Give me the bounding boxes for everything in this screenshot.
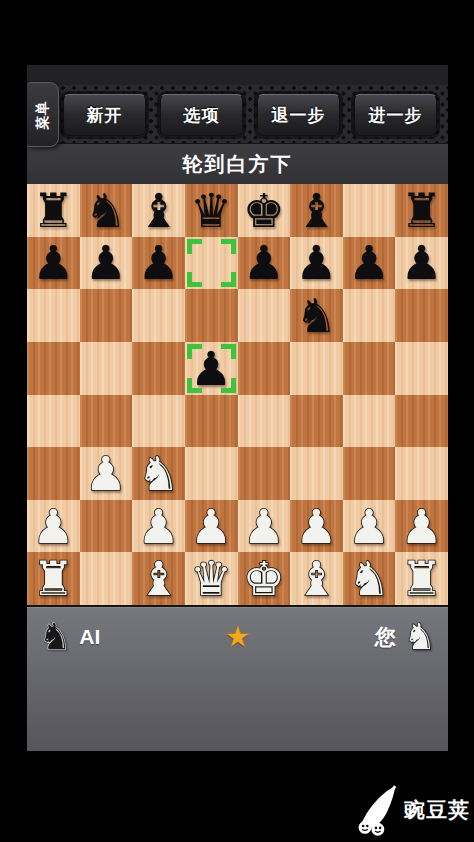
step-forward-button[interactable]: 进一步: [354, 94, 437, 136]
square-e3[interactable]: [238, 447, 291, 500]
square-f6[interactable]: ♞: [290, 289, 343, 342]
app-window: 菜单 新开选项退一步进一步 轮到白方下 ♜♞♝♛♚♝♜♟♟♟♟♟♟♟♞♟♟♞♟♟…: [27, 65, 448, 751]
square-g8[interactable]: [343, 184, 396, 237]
status-bar: 轮到白方下: [27, 144, 448, 184]
white-rook: ♜: [32, 555, 74, 602]
square-g2[interactable]: ♟: [343, 500, 396, 553]
square-h3[interactable]: [395, 447, 448, 500]
square-f7[interactable]: ♟: [290, 237, 343, 290]
ai-player-label: AI: [79, 625, 100, 649]
square-d8[interactable]: ♛: [185, 184, 238, 237]
black-pawn: ♟: [190, 345, 232, 392]
square-f2[interactable]: ♟: [290, 500, 343, 553]
white-pawn: ♟: [32, 503, 74, 550]
square-c1[interactable]: ♝: [132, 552, 185, 605]
player-row: ♞ AI ★ 您 ♞: [27, 607, 448, 655]
square-b1[interactable]: [80, 552, 133, 605]
square-b2[interactable]: [80, 500, 133, 553]
menu-tab[interactable]: 菜单: [27, 82, 59, 147]
square-f5[interactable]: [290, 342, 343, 395]
square-a4[interactable]: [27, 395, 80, 448]
star-icon: ★: [225, 621, 249, 653]
square-b4[interactable]: [80, 395, 133, 448]
white-pawn: ♟: [137, 503, 179, 550]
square-f8[interactable]: ♝: [290, 184, 343, 237]
black-pawn: ♟: [348, 239, 390, 286]
black-rook: ♜: [401, 187, 443, 234]
chess-board: ♜♞♝♛♚♝♜♟♟♟♟♟♟♟♞♟♟♞♟♟♟♟♟♟♟♜♝♛♚♝♞♜: [27, 184, 448, 607]
white-bishop: ♝: [295, 555, 337, 602]
square-h6[interactable]: [395, 289, 448, 342]
square-h7[interactable]: ♟: [395, 237, 448, 290]
watermark: 豌豆荚: [354, 784, 470, 836]
square-e7[interactable]: ♟: [238, 237, 291, 290]
square-e4[interactable]: [238, 395, 291, 448]
square-g7[interactable]: ♟: [343, 237, 396, 290]
square-c7[interactable]: ♟: [132, 237, 185, 290]
white-king: ♚: [243, 555, 285, 602]
black-knight-icon: ♞: [39, 619, 71, 655]
square-e1[interactable]: ♚: [238, 552, 291, 605]
square-d2[interactable]: ♟: [185, 500, 238, 553]
square-b7[interactable]: ♟: [80, 237, 133, 290]
square-f4[interactable]: [290, 395, 343, 448]
black-pawn: ♟: [85, 239, 127, 286]
black-queen: ♛: [190, 187, 232, 234]
white-knight: ♞: [348, 555, 390, 602]
black-bishop: ♝: [137, 187, 179, 234]
square-h5[interactable]: [395, 342, 448, 395]
square-h1[interactable]: ♜: [395, 552, 448, 605]
black-knight: ♞: [295, 292, 337, 339]
square-c3[interactable]: ♞: [132, 447, 185, 500]
human-player-label: 您: [375, 623, 396, 651]
square-e2[interactable]: ♟: [238, 500, 291, 553]
square-e8[interactable]: ♚: [238, 184, 291, 237]
square-d7[interactable]: [185, 237, 238, 290]
square-d6[interactable]: [185, 289, 238, 342]
watermark-text: 豌豆荚: [404, 796, 470, 824]
square-a8[interactable]: ♜: [27, 184, 80, 237]
square-g6[interactable]: [343, 289, 396, 342]
square-d1[interactable]: ♛: [185, 552, 238, 605]
square-e6[interactable]: [238, 289, 291, 342]
white-pawn: ♟: [85, 450, 127, 497]
white-queen: ♛: [190, 555, 232, 602]
white-pawn: ♟: [243, 503, 285, 550]
black-rook: ♜: [32, 187, 74, 234]
square-h4[interactable]: [395, 395, 448, 448]
square-h2[interactable]: ♟: [395, 500, 448, 553]
white-pawn: ♟: [295, 503, 337, 550]
new-game-button[interactable]: 新开: [63, 94, 146, 136]
square-a5[interactable]: [27, 342, 80, 395]
square-a6[interactable]: [27, 289, 80, 342]
toolbar-buttons: 新开选项退一步进一步: [63, 94, 448, 136]
square-d3[interactable]: [185, 447, 238, 500]
square-f1[interactable]: ♝: [290, 552, 343, 605]
square-g5[interactable]: [343, 342, 396, 395]
toolbar-top-strip: [27, 65, 448, 85]
toolbar: 菜单 新开选项退一步进一步: [27, 85, 448, 144]
square-c8[interactable]: ♝: [132, 184, 185, 237]
square-a1[interactable]: ♜: [27, 552, 80, 605]
square-b8[interactable]: ♞: [80, 184, 133, 237]
square-g4[interactable]: [343, 395, 396, 448]
square-e5[interactable]: [238, 342, 291, 395]
square-a7[interactable]: ♟: [27, 237, 80, 290]
black-pawn: ♟: [295, 239, 337, 286]
square-c5[interactable]: [132, 342, 185, 395]
square-b5[interactable]: [80, 342, 133, 395]
black-pawn: ♟: [243, 239, 285, 286]
square-a2[interactable]: ♟: [27, 500, 80, 553]
wandoujia-peapod-icon: [354, 784, 398, 836]
white-knight-icon: ♞: [404, 619, 436, 655]
white-pawn: ♟: [401, 503, 443, 550]
step-back-button[interactable]: 退一步: [257, 94, 340, 136]
player-panel: ♞ AI ★ 您 ♞: [27, 607, 448, 751]
square-d5[interactable]: ♟: [185, 342, 238, 395]
square-d4[interactable]: [185, 395, 238, 448]
square-c2[interactable]: ♟: [132, 500, 185, 553]
white-rook: ♜: [401, 555, 443, 602]
square-b3[interactable]: ♟: [80, 447, 133, 500]
options-button[interactable]: 选项: [160, 94, 243, 136]
square-c6[interactable]: [132, 289, 185, 342]
move-highlight-d7: [187, 239, 236, 288]
square-h8[interactable]: ♜: [395, 184, 448, 237]
white-pawn: ♟: [348, 503, 390, 550]
black-knight: ♞: [85, 187, 127, 234]
menu-tab-label: 菜单: [34, 100, 52, 130]
square-a3[interactable]: [27, 447, 80, 500]
square-f3[interactable]: [290, 447, 343, 500]
square-b6[interactable]: [80, 289, 133, 342]
white-knight: ♞: [137, 450, 179, 497]
white-bishop: ♝: [137, 555, 179, 602]
black-bishop: ♝: [295, 187, 337, 234]
black-pawn: ♟: [401, 239, 443, 286]
square-g3[interactable]: [343, 447, 396, 500]
turn-indicator: 轮到白方下: [183, 151, 293, 178]
black-pawn: ♟: [32, 239, 74, 286]
square-c4[interactable]: [132, 395, 185, 448]
square-g1[interactable]: ♞: [343, 552, 396, 605]
white-pawn: ♟: [190, 503, 232, 550]
black-pawn: ♟: [137, 239, 179, 286]
black-king: ♚: [243, 187, 285, 234]
